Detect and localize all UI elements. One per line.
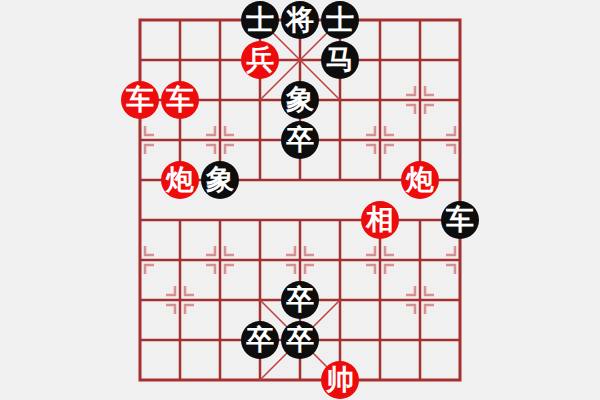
piece-black-general[interactable]: 将 (281, 1, 319, 39)
piece-black-soldier[interactable]: 卒 (241, 321, 279, 359)
piece-red-chariot[interactable]: 车 (161, 81, 199, 119)
piece-black-soldier[interactable]: 卒 (281, 321, 319, 359)
piece-black-advisor[interactable]: 士 (321, 1, 359, 39)
piece-black-elephant[interactable]: 象 (281, 81, 319, 119)
xiangqi-diagram: 士将士兵马车车象卒炮象炮相车卒卒卒帅 (0, 0, 600, 400)
piece-black-soldier[interactable]: 卒 (281, 281, 319, 319)
piece-red-cannon[interactable]: 炮 (401, 161, 439, 199)
piece-red-cannon[interactable]: 炮 (161, 161, 199, 199)
piece-red-elephant[interactable]: 相 (361, 201, 399, 239)
piece-black-horse[interactable]: 马 (321, 41, 359, 79)
piece-black-advisor[interactable]: 士 (241, 1, 279, 39)
piece-black-soldier[interactable]: 卒 (281, 121, 319, 159)
piece-black-elephant[interactable]: 象 (201, 161, 239, 199)
piece-red-chariot[interactable]: 车 (121, 81, 159, 119)
pieces-layer: 士将士兵马车车象卒炮象炮相车卒卒卒帅 (120, 0, 480, 400)
piece-black-chariot[interactable]: 车 (441, 201, 479, 239)
piece-red-soldier[interactable]: 兵 (241, 41, 279, 79)
piece-red-general[interactable]: 帅 (321, 361, 359, 399)
